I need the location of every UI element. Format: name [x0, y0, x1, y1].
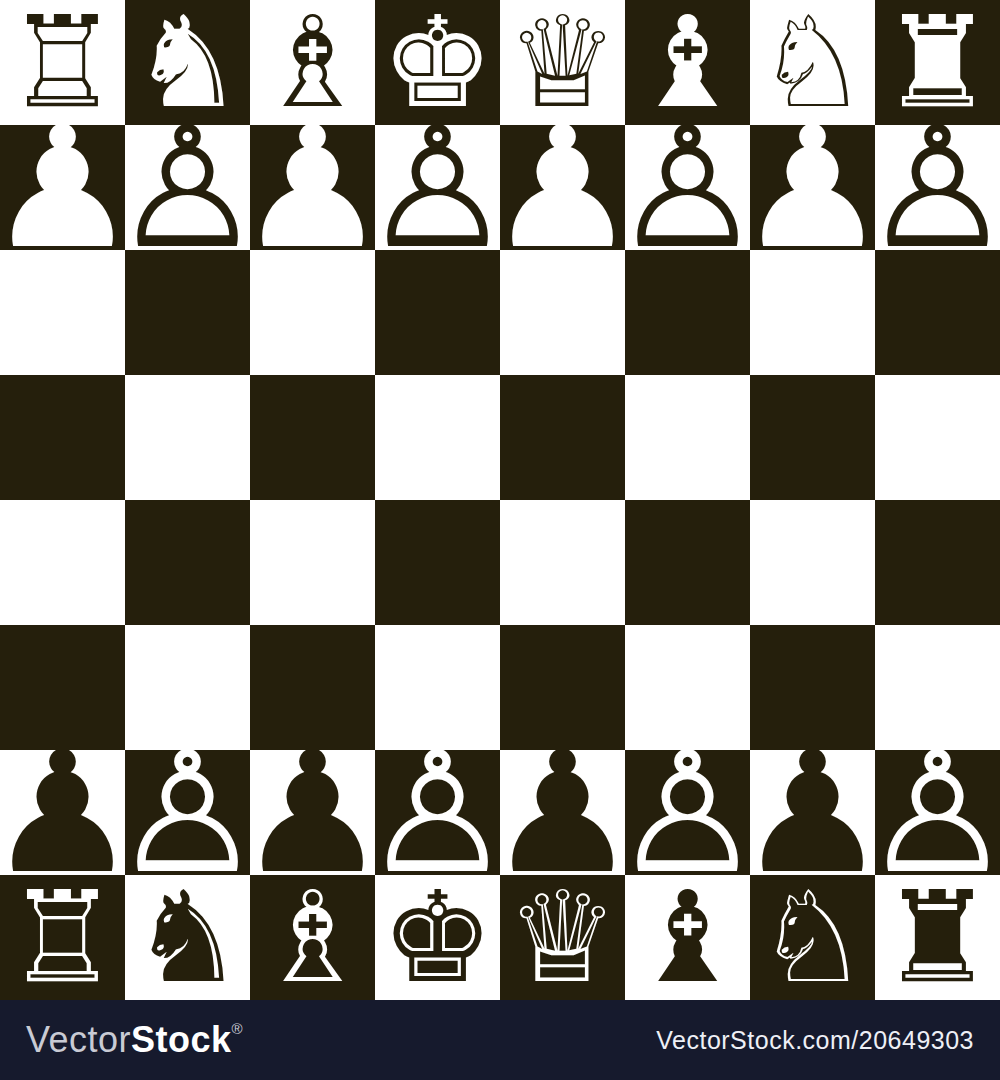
- piece-king-d1: ♚: [381, 875, 494, 1000]
- logo-vector-text: Vector: [26, 1019, 131, 1060]
- square-c1: ♗: [250, 875, 375, 1000]
- piece-knight-b8: ♞: [131, 0, 244, 125]
- vectorstock-logo: VectorStock®: [26, 1019, 243, 1061]
- piece-bishop-c8: ♗: [256, 0, 369, 125]
- square-f3: [625, 625, 750, 750]
- square-b3: [125, 625, 250, 750]
- piece-pawn-c2: ♟: [250, 750, 375, 875]
- square-c3: [250, 625, 375, 750]
- square-b8: ♞: [125, 0, 250, 125]
- piece-pawn-b7: ♙: [125, 125, 250, 250]
- square-d8: ♚: [375, 0, 500, 125]
- square-d6: [375, 250, 500, 375]
- square-e8: ♕: [500, 0, 625, 125]
- square-a6: [0, 250, 125, 375]
- piece-pawn-a7: ♟: [0, 125, 125, 250]
- square-d2: ♙: [375, 750, 500, 875]
- square-g4: [750, 500, 875, 625]
- square-g2: ♟: [750, 750, 875, 875]
- square-b4: [125, 500, 250, 625]
- square-d5: [375, 375, 500, 500]
- square-a2: ♟: [0, 750, 125, 875]
- piece-pawn-g7: ♟: [750, 125, 875, 250]
- square-b6: [125, 250, 250, 375]
- square-b2: ♙: [125, 750, 250, 875]
- piece-pawn-f2: ♙: [625, 750, 750, 875]
- piece-pawn-h7: ♙: [875, 125, 1000, 250]
- stock-image-page: ♖♞♗♚♕♝♘♜♟♙♟♙♟♙♟♙♟♙♟♙♟♙♟♙♖♞♗♚♕♝♘♜ VectorS…: [0, 0, 1000, 1080]
- square-f1: ♝: [625, 875, 750, 1000]
- piece-knight-g1: ♘: [756, 875, 869, 1000]
- square-c4: [250, 500, 375, 625]
- square-c7: ♟: [250, 125, 375, 250]
- square-d7: ♙: [375, 125, 500, 250]
- piece-pawn-f7: ♙: [625, 125, 750, 250]
- square-h7: ♙: [875, 125, 1000, 250]
- piece-pawn-e7: ♟: [500, 125, 625, 250]
- square-h6: [875, 250, 1000, 375]
- piece-rook-a8: ♖: [6, 0, 119, 125]
- square-f2: ♙: [625, 750, 750, 875]
- square-h5: [875, 375, 1000, 500]
- square-e5: [500, 375, 625, 500]
- square-e1: ♕: [500, 875, 625, 1000]
- piece-bishop-f8: ♝: [631, 0, 744, 125]
- piece-pawn-e2: ♟: [500, 750, 625, 875]
- piece-queen-e8: ♕: [506, 0, 619, 125]
- vectorstock-url-text: VectorStock.com/20649303: [656, 1026, 974, 1055]
- square-e4: [500, 500, 625, 625]
- square-h1: ♜: [875, 875, 1000, 1000]
- square-c2: ♟: [250, 750, 375, 875]
- square-g8: ♘: [750, 0, 875, 125]
- square-a5: [0, 375, 125, 500]
- square-g1: ♘: [750, 875, 875, 1000]
- watermark-band: VectorStock® VectorStock.com/20649303: [0, 1000, 1000, 1080]
- piece-pawn-a2: ♟: [0, 750, 125, 875]
- square-b1: ♞: [125, 875, 250, 1000]
- square-e7: ♟: [500, 125, 625, 250]
- piece-pawn-b2: ♙: [125, 750, 250, 875]
- square-a1: ♖: [0, 875, 125, 1000]
- piece-queen-e1: ♕: [506, 875, 619, 1000]
- square-f4: [625, 500, 750, 625]
- registered-mark: ®: [232, 1020, 244, 1037]
- piece-knight-b1: ♞: [131, 875, 244, 1000]
- square-c6: [250, 250, 375, 375]
- square-e6: [500, 250, 625, 375]
- square-d1: ♚: [375, 875, 500, 1000]
- square-f5: [625, 375, 750, 500]
- piece-knight-g8: ♘: [756, 0, 869, 125]
- square-f7: ♙: [625, 125, 750, 250]
- square-h4: [875, 500, 1000, 625]
- square-c8: ♗: [250, 0, 375, 125]
- square-a8: ♖: [0, 0, 125, 125]
- chess-board: ♖♞♗♚♕♝♘♜♟♙♟♙♟♙♟♙♟♙♟♙♟♙♟♙♖♞♗♚♕♝♘♜: [0, 0, 1000, 1000]
- piece-bishop-c1: ♗: [256, 875, 369, 1000]
- piece-pawn-c7: ♟: [250, 125, 375, 250]
- square-b5: [125, 375, 250, 500]
- square-e2: ♟: [500, 750, 625, 875]
- square-a3: [0, 625, 125, 750]
- piece-king-d8: ♚: [381, 0, 494, 125]
- piece-pawn-d7: ♙: [375, 125, 500, 250]
- square-a4: [0, 500, 125, 625]
- square-h2: ♙: [875, 750, 1000, 875]
- piece-pawn-h2: ♙: [875, 750, 1000, 875]
- square-e3: [500, 625, 625, 750]
- piece-bishop-f1: ♝: [631, 875, 744, 1000]
- square-d4: [375, 500, 500, 625]
- piece-rook-a1: ♖: [6, 875, 119, 1000]
- square-c5: [250, 375, 375, 500]
- square-g5: [750, 375, 875, 500]
- piece-pawn-d2: ♙: [375, 750, 500, 875]
- square-a7: ♟: [0, 125, 125, 250]
- square-g3: [750, 625, 875, 750]
- square-h3: [875, 625, 1000, 750]
- square-g6: [750, 250, 875, 375]
- logo-stock-text: Stock: [131, 1019, 232, 1060]
- square-b7: ♙: [125, 125, 250, 250]
- square-f6: [625, 250, 750, 375]
- square-d3: [375, 625, 500, 750]
- square-g7: ♟: [750, 125, 875, 250]
- square-h8: ♜: [875, 0, 1000, 125]
- square-f8: ♝: [625, 0, 750, 125]
- piece-pawn-g2: ♟: [750, 750, 875, 875]
- piece-rook-h1: ♜: [881, 875, 994, 1000]
- piece-rook-h8: ♜: [881, 0, 994, 125]
